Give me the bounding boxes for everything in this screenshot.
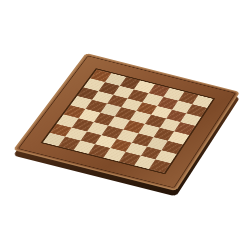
field-border-line bbox=[40, 68, 215, 174]
product-photo bbox=[0, 0, 252, 252]
chess-field bbox=[43, 69, 213, 172]
chessboard bbox=[13, 53, 240, 191]
